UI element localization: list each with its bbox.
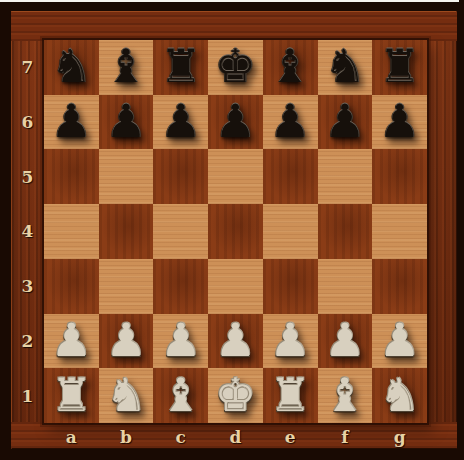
square-b1[interactable]: ♞: [99, 368, 154, 423]
square-e1[interactable]: ♜: [263, 368, 318, 423]
square-d7[interactable]: ♚: [208, 40, 263, 95]
square-f3[interactable]: [318, 259, 373, 314]
square-e5[interactable]: [263, 149, 318, 204]
piece-black-rook[interactable]: ♜: [160, 43, 201, 89]
file-label-d: d: [208, 424, 263, 450]
rank-label-6: 6: [11, 95, 44, 150]
square-b6[interactable]: ♟: [99, 95, 154, 150]
square-g3[interactable]: [372, 259, 427, 314]
piece-black-king[interactable]: ♚: [215, 43, 256, 89]
piece-black-pawn[interactable]: ♟: [160, 98, 201, 144]
piece-black-pawn[interactable]: ♟: [324, 98, 365, 144]
square-b3[interactable]: [99, 259, 154, 314]
piece-black-pawn[interactable]: ♟: [215, 98, 256, 144]
square-e3[interactable]: [263, 259, 318, 314]
piece-black-rook[interactable]: ♜: [379, 43, 420, 89]
board-frame-top: [11, 12, 457, 41]
square-d3[interactable]: [208, 259, 263, 314]
square-g7[interactable]: ♜: [372, 40, 427, 95]
square-g2[interactable]: ♟: [372, 314, 427, 369]
piece-black-knight[interactable]: ♞: [324, 43, 365, 89]
piece-white-pawn[interactable]: ♟: [270, 317, 311, 363]
square-c3[interactable]: [153, 259, 208, 314]
square-g4[interactable]: [372, 204, 427, 259]
square-b4[interactable]: [99, 204, 154, 259]
square-f5[interactable]: [318, 149, 373, 204]
square-d6[interactable]: ♟: [208, 95, 263, 150]
piece-white-pawn[interactable]: ♟: [51, 317, 92, 363]
window-edge-highlight: [0, 0, 459, 2]
piece-white-rook[interactable]: ♜: [270, 372, 311, 418]
square-e6[interactable]: ♟: [263, 95, 318, 150]
square-d4[interactable]: [208, 204, 263, 259]
rank-label-4: 4: [11, 204, 44, 259]
square-f2[interactable]: ♟: [318, 314, 373, 369]
square-e4[interactable]: [263, 204, 318, 259]
piece-white-king[interactable]: ♚: [215, 372, 256, 418]
square-g1[interactable]: ♞: [372, 368, 427, 423]
square-b7[interactable]: ♝: [99, 40, 154, 95]
rank-label-3: 3: [11, 259, 44, 314]
file-label-f: f: [318, 424, 373, 450]
square-e7[interactable]: ♝: [263, 40, 318, 95]
piece-white-knight[interactable]: ♞: [105, 372, 146, 418]
square-b5[interactable]: [99, 149, 154, 204]
file-label-c: c: [153, 424, 208, 450]
square-c2[interactable]: ♟: [153, 314, 208, 369]
piece-white-pawn[interactable]: ♟: [105, 317, 146, 363]
square-d2[interactable]: ♟: [208, 314, 263, 369]
square-c5[interactable]: [153, 149, 208, 204]
file-label-b: b: [99, 424, 154, 450]
piece-white-pawn[interactable]: ♟: [324, 317, 365, 363]
square-a5[interactable]: [44, 149, 99, 204]
square-f1[interactable]: ♝: [318, 368, 373, 423]
square-b2[interactable]: ♟: [99, 314, 154, 369]
file-label-g: g: [372, 424, 427, 450]
square-a2[interactable]: ♟: [44, 314, 99, 369]
piece-black-pawn[interactable]: ♟: [51, 98, 92, 144]
piece-white-bishop[interactable]: ♝: [324, 372, 365, 418]
square-f7[interactable]: ♞: [318, 40, 373, 95]
square-a1[interactable]: ♜: [44, 368, 99, 423]
square-c6[interactable]: ♟: [153, 95, 208, 150]
square-c1[interactable]: ♝: [153, 368, 208, 423]
square-f6[interactable]: ♟: [318, 95, 373, 150]
square-c4[interactable]: [153, 204, 208, 259]
piece-white-rook[interactable]: ♜: [51, 372, 92, 418]
file-label-a: a: [44, 424, 99, 450]
square-d5[interactable]: [208, 149, 263, 204]
square-a6[interactable]: ♟: [44, 95, 99, 150]
piece-white-pawn[interactable]: ♟: [379, 317, 420, 363]
rank-label-5: 5: [11, 149, 44, 204]
piece-black-pawn[interactable]: ♟: [105, 98, 146, 144]
square-e2[interactable]: ♟: [263, 314, 318, 369]
chess-board[interactable]: ♞♝♜♚♝♞♜♟♟♟♟♟♟♟♟♟♟♟♟♟♟♜♞♝♚♜♝♞: [44, 40, 427, 423]
square-c7[interactable]: ♜: [153, 40, 208, 95]
piece-black-pawn[interactable]: ♟: [270, 98, 311, 144]
rank-label-1: 1: [11, 368, 44, 423]
piece-black-bishop[interactable]: ♝: [270, 43, 311, 89]
square-a4[interactable]: [44, 204, 99, 259]
piece-black-bishop[interactable]: ♝: [105, 43, 146, 89]
piece-white-pawn[interactable]: ♟: [160, 317, 201, 363]
chess-app-window: ♞♝♜♚♝♞♜♟♟♟♟♟♟♟♟♟♟♟♟♟♟♜♞♝♚♜♝♞ 7654321abcd…: [0, 0, 464, 460]
square-f4[interactable]: [318, 204, 373, 259]
square-a3[interactable]: [44, 259, 99, 314]
square-g5[interactable]: [372, 149, 427, 204]
square-g6[interactable]: ♟: [372, 95, 427, 150]
square-d1[interactable]: ♚: [208, 368, 263, 423]
rank-label-7: 7: [11, 40, 44, 95]
piece-white-bishop[interactable]: ♝: [160, 372, 201, 418]
piece-black-knight[interactable]: ♞: [51, 43, 92, 89]
piece-black-pawn[interactable]: ♟: [379, 98, 420, 144]
piece-white-knight[interactable]: ♞: [379, 372, 420, 418]
file-label-e: e: [263, 424, 318, 450]
rank-label-2: 2: [11, 314, 44, 369]
piece-white-pawn[interactable]: ♟: [215, 317, 256, 363]
square-a7[interactable]: ♞: [44, 40, 99, 95]
